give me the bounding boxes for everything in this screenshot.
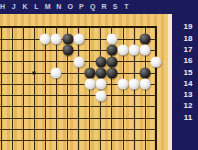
stone-black-S18 bbox=[140, 34, 151, 45]
stone-white-O14 bbox=[95, 79, 106, 90]
stone-white-R14 bbox=[129, 79, 140, 90]
row-label-18: 18 bbox=[184, 33, 193, 42]
column-label-O: O bbox=[67, 2, 72, 11]
column-label-T: T bbox=[124, 2, 128, 11]
stone-black-N15 bbox=[84, 68, 95, 79]
grid-col-line bbox=[45, 26, 46, 150]
stone-white-J18 bbox=[40, 34, 51, 45]
row-label-17: 17 bbox=[184, 44, 193, 53]
row-label-16: 16 bbox=[184, 56, 193, 65]
grid-col-line bbox=[23, 26, 24, 150]
grid-col-line bbox=[78, 26, 79, 150]
stone-white-R17 bbox=[129, 45, 140, 56]
stone-black-S15 bbox=[140, 68, 151, 79]
grid-col-line bbox=[56, 26, 57, 150]
column-label-R: R bbox=[101, 2, 106, 11]
stone-white-K15 bbox=[51, 68, 62, 79]
stone-white-K18 bbox=[51, 34, 62, 45]
column-label-N: N bbox=[56, 2, 61, 11]
stone-black-P17 bbox=[106, 45, 117, 56]
board-edge-highlight bbox=[168, 14, 172, 150]
column-label-S: S bbox=[113, 2, 118, 11]
stone-white-P18 bbox=[106, 34, 117, 45]
stone-black-L17 bbox=[62, 45, 73, 56]
grid-col-line bbox=[155, 26, 157, 150]
stone-white-Q17 bbox=[118, 45, 129, 56]
stone-white-N14 bbox=[84, 79, 95, 90]
star-point bbox=[33, 72, 36, 75]
column-label-P: P bbox=[79, 2, 84, 11]
column-label-L: L bbox=[34, 2, 38, 11]
column-label-J: J bbox=[12, 2, 16, 11]
column-label-H: H bbox=[0, 2, 5, 11]
go-diagram: HJKLMNOPQRST191817161514131211 bbox=[0, 0, 198, 150]
row-label-11: 11 bbox=[184, 112, 192, 121]
stone-white-Q14 bbox=[118, 79, 129, 90]
column-label-M: M bbox=[45, 2, 51, 11]
row-label-14: 14 bbox=[184, 78, 193, 87]
stone-black-P16 bbox=[106, 56, 117, 67]
grid-col-line bbox=[12, 26, 13, 150]
stone-white-S14 bbox=[140, 79, 151, 90]
stone-white-M16 bbox=[73, 56, 84, 67]
column-label-Q: Q bbox=[90, 2, 95, 11]
stone-white-M18 bbox=[73, 34, 84, 45]
stone-black-P15 bbox=[106, 68, 117, 79]
row-label-13: 13 bbox=[184, 90, 193, 99]
stone-black-O16 bbox=[95, 56, 106, 67]
row-label-15: 15 bbox=[184, 67, 193, 76]
stone-white-T16 bbox=[151, 56, 162, 67]
column-label-K: K bbox=[23, 2, 28, 11]
grid-col-line bbox=[1, 26, 2, 150]
row-label-12: 12 bbox=[184, 101, 193, 110]
row-label-19: 19 bbox=[184, 22, 193, 31]
stone-white-S17 bbox=[140, 45, 151, 56]
stone-white-O13 bbox=[95, 90, 106, 101]
stone-black-O15 bbox=[95, 68, 106, 79]
grid-col-line bbox=[34, 26, 35, 150]
stone-black-L18 bbox=[62, 34, 73, 45]
